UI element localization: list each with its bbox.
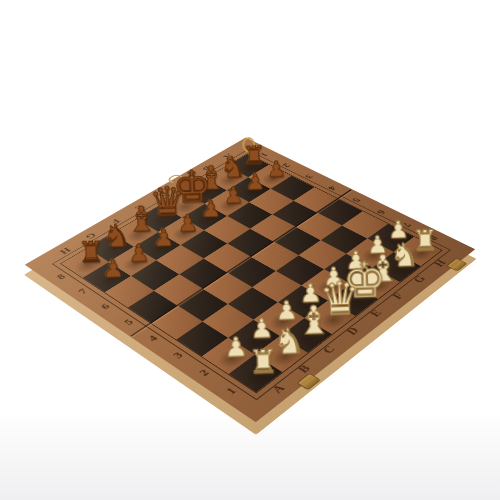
product-photo: HGFEDCBA ABCDEFGH 87654321 12345678 ♜♞♝♛…: [0, 0, 500, 500]
square-g5: [272, 201, 317, 227]
white-rook-icon: ♜: [244, 345, 283, 379]
chess-board: HGFEDCBA ABCDEFGH 87654321 12345678 ♜♞♝♛…: [25, 138, 475, 423]
black-pawn-icon: ♟: [96, 256, 131, 282]
board-frame: HGFEDCBA ABCDEFGH 87654321 12345678 ♜♞♝♛…: [25, 138, 475, 423]
board-grid: ♜♞♝♛♚♝♞♜♟♟♟♟♟♟♟♟♟♟♟♟♟♟♟♟♜♞♝♛♚♝♞♜: [60, 153, 443, 393]
